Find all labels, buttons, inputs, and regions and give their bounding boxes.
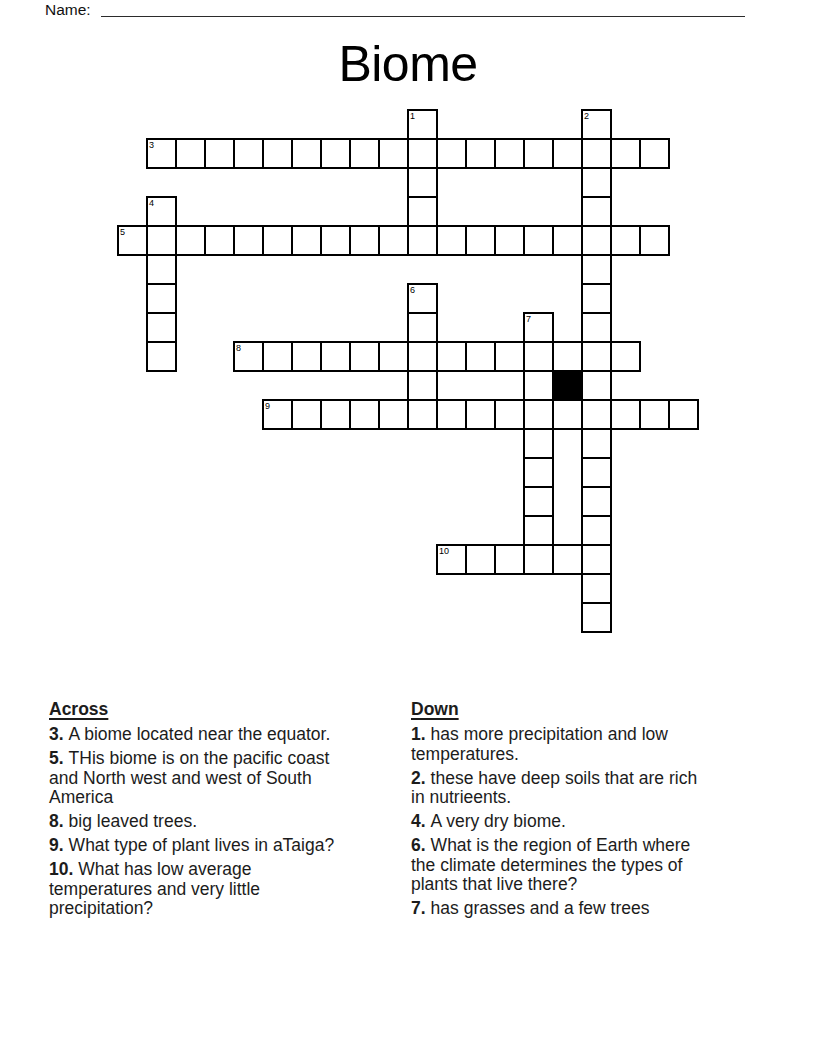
crossword-cell[interactable] (262, 138, 293, 169)
across-heading: Across (49, 700, 399, 719)
clue-number: 7. (411, 898, 426, 918)
clue-number: 6. (411, 835, 426, 855)
clue-item: 1.has more precipitation and low tempera… (411, 725, 785, 764)
clue-number: 10. (49, 859, 73, 879)
cell-number: 3 (149, 140, 154, 150)
clue-number: 9. (49, 835, 64, 855)
crossword-cell[interactable] (523, 486, 554, 517)
crossword-cell[interactable]: 4 (146, 196, 177, 227)
down-heading: Down (411, 700, 785, 719)
crossword-cell[interactable]: 1 (407, 109, 438, 140)
crossword-cell[interactable] (291, 138, 322, 169)
crossword-cell[interactable] (581, 341, 612, 372)
clue-text: A biome located near the equator. (69, 724, 331, 744)
clue-item: 7.has grasses and a few trees (411, 899, 785, 918)
crossword-cell[interactable] (465, 399, 496, 430)
crossword-cell[interactable] (552, 544, 583, 575)
crossword-cell[interactable] (378, 341, 409, 372)
block-cell (552, 370, 583, 401)
clue-text: What type of plant lives in aTaiga? (69, 835, 335, 855)
crossword-cell[interactable] (639, 138, 670, 169)
cell-number: 4 (149, 198, 154, 208)
crossword-cell[interactable] (204, 225, 235, 256)
crossword-cell[interactable] (146, 312, 177, 343)
crossword-cell[interactable] (610, 138, 641, 169)
clue-number: 3. (49, 724, 64, 744)
crossword-cell[interactable] (349, 399, 380, 430)
crossword-cell[interactable] (494, 138, 525, 169)
clue-item: 4.A very dry biome. (411, 812, 785, 831)
crossword-cell[interactable] (291, 225, 322, 256)
clue-item: 10.What has low average temperatures and… (49, 860, 399, 918)
crossword-cell[interactable] (146, 254, 177, 285)
crossword-cell[interactable] (465, 225, 496, 256)
clue-number: 8. (49, 811, 64, 831)
crossword-cell[interactable] (668, 399, 699, 430)
crossword-cell[interactable] (175, 138, 206, 169)
crossword-cell[interactable] (494, 225, 525, 256)
clue-text: has more precipitation and low temperatu… (411, 724, 668, 763)
crossword-cell[interactable] (523, 225, 554, 256)
crossword-cell[interactable] (407, 370, 438, 401)
crossword-cell[interactable] (610, 399, 641, 430)
clue-item: 8.big leaved trees. (49, 812, 399, 831)
clue-item: 5.THis biome is on the pacific coast and… (49, 749, 399, 807)
crossword-cell[interactable] (320, 399, 351, 430)
crossword-cell[interactable] (407, 196, 438, 227)
crossword-cell[interactable] (465, 138, 496, 169)
crossword-cell[interactable]: 10 (436, 544, 467, 575)
crossword-cell[interactable] (581, 602, 612, 633)
crossword-cell[interactable] (465, 544, 496, 575)
crossword-cell[interactable] (349, 138, 380, 169)
crossword-cell[interactable] (291, 399, 322, 430)
crossword-cell[interactable] (494, 341, 525, 372)
clue-number: 5. (49, 748, 64, 768)
crossword-cell[interactable] (407, 341, 438, 372)
crossword-cell[interactable] (581, 167, 612, 198)
crossword-cell[interactable]: 3 (146, 138, 177, 169)
across-clue-list: 3.A biome located near the equator.5.THi… (49, 725, 399, 918)
crossword-cell[interactable] (523, 341, 554, 372)
cell-number: 6 (410, 285, 415, 295)
crossword-cell[interactable] (436, 138, 467, 169)
crossword-cell[interactable] (581, 428, 612, 459)
crossword-cell[interactable] (407, 225, 438, 256)
crossword-cell[interactable] (494, 399, 525, 430)
across-section: Across 3.A biome located near the equato… (49, 700, 399, 923)
crossword-cell[interactable] (581, 254, 612, 285)
crossword-cell[interactable] (581, 370, 612, 401)
crossword-cell[interactable] (523, 457, 554, 488)
crossword-cell[interactable] (465, 341, 496, 372)
crossword-cell[interactable] (610, 341, 641, 372)
clue-number: 2. (411, 768, 426, 788)
crossword-cell[interactable] (378, 225, 409, 256)
clue-text: What has low average temperatures and ve… (49, 859, 260, 918)
cell-number: 10 (439, 546, 449, 556)
cell-number: 5 (120, 227, 125, 237)
crossword-cell[interactable] (552, 225, 583, 256)
crossword-cell[interactable] (523, 515, 554, 546)
crossword-cell[interactable] (146, 341, 177, 372)
crossword-cell[interactable] (523, 370, 554, 401)
crossword-cell[interactable] (581, 515, 612, 546)
cell-number: 2 (584, 111, 589, 121)
clue-text: THis biome is on the pacific coast and N… (49, 748, 329, 807)
crossword-cell[interactable] (581, 544, 612, 575)
crossword-cell[interactable] (581, 225, 612, 256)
clue-item: 3.A biome located near the equator. (49, 725, 399, 744)
clue-item: 9.What type of plant lives in aTaiga? (49, 836, 399, 855)
crossword-cell[interactable] (175, 225, 206, 256)
crossword-cell[interactable] (262, 225, 293, 256)
crossword-cell[interactable] (581, 573, 612, 604)
crossword-cell[interactable]: 9 (262, 399, 293, 430)
cell-number: 1 (410, 111, 415, 121)
clue-number: 1. (411, 724, 426, 744)
crossword-cell[interactable] (581, 196, 612, 227)
crossword-cell[interactable] (552, 399, 583, 430)
crossword-cell[interactable] (407, 399, 438, 430)
cell-number: 9 (265, 401, 270, 411)
clue-text: has grasses and a few trees (431, 898, 650, 918)
crossword-cell[interactable] (523, 428, 554, 459)
crossword-cell[interactable] (320, 225, 351, 256)
crossword-cell[interactable]: 7 (523, 312, 554, 343)
crossword-cell[interactable] (407, 138, 438, 169)
crossword-cell[interactable] (523, 138, 554, 169)
clue-text: these have deep soils that are rich in n… (411, 768, 697, 807)
cell-number: 8 (236, 343, 241, 353)
crossword-cell[interactable] (436, 341, 467, 372)
crossword-cell[interactable] (204, 138, 235, 169)
crossword-cell[interactable] (581, 399, 612, 430)
crossword-cell[interactable] (581, 312, 612, 343)
crossword-cell[interactable] (552, 138, 583, 169)
clue-item: 2.these have deep soils that are rich in… (411, 769, 785, 808)
crossword-grid: 12345678910 (117, 109, 699, 633)
clue-item: 6.What is the region of Earth where the … (411, 836, 785, 894)
crossword-cell[interactable] (291, 341, 322, 372)
down-section: Down 1.has more precipitation and low te… (411, 700, 785, 923)
worksheet-page: Name: Biome 12345678910 Across 3.A biome… (0, 0, 816, 1056)
crossword-cell[interactable] (581, 283, 612, 314)
crossword-cell[interactable] (320, 138, 351, 169)
crossword-cell[interactable]: 8 (233, 341, 264, 372)
crossword-cell[interactable] (262, 341, 293, 372)
crossword-cell[interactable] (146, 225, 177, 256)
crossword-cell[interactable] (233, 225, 264, 256)
crossword-cell[interactable] (320, 341, 351, 372)
crossword-cell[interactable] (581, 138, 612, 169)
crossword-cell[interactable] (523, 544, 554, 575)
crossword-cell[interactable] (349, 341, 380, 372)
crossword-cell[interactable] (639, 225, 670, 256)
name-fill-line (101, 0, 745, 17)
crossword-cell[interactable] (639, 399, 670, 430)
crossword-cell[interactable]: 6 (407, 283, 438, 314)
crossword-cell[interactable] (523, 399, 554, 430)
crossword-cell[interactable] (436, 399, 467, 430)
clue-text: A very dry biome. (431, 811, 566, 831)
crossword-cell[interactable] (581, 486, 612, 517)
crossword-cell[interactable]: 2 (581, 109, 612, 140)
crossword-cell[interactable] (349, 225, 380, 256)
page-title: Biome (0, 38, 816, 90)
name-label: Name: (45, 2, 91, 17)
clue-text: big leaved trees. (69, 811, 197, 831)
clue-text: What is the region of Earth where the cl… (411, 835, 690, 894)
crossword-cell[interactable] (436, 225, 467, 256)
crossword-cell[interactable] (233, 138, 264, 169)
clue-number: 4. (411, 811, 426, 831)
crossword-cell[interactable] (407, 312, 438, 343)
crossword-cell[interactable] (407, 167, 438, 198)
crossword-cell[interactable] (581, 457, 612, 488)
down-clue-list: 1.has more precipitation and low tempera… (411, 725, 785, 918)
crossword-cell[interactable] (146, 283, 177, 314)
crossword-cell[interactable] (378, 138, 409, 169)
crossword-cell[interactable] (552, 341, 583, 372)
crossword-cell[interactable] (378, 399, 409, 430)
crossword-cell[interactable]: 5 (117, 225, 148, 256)
cell-number: 7 (526, 314, 531, 324)
crossword-cell[interactable] (494, 544, 525, 575)
crossword-cell[interactable] (610, 225, 641, 256)
